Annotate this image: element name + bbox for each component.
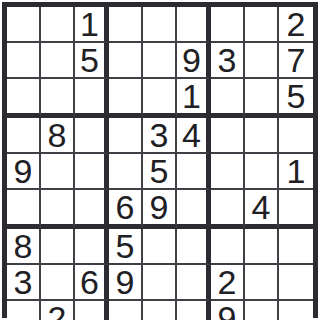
cell-r9c8[interactable] [245,301,279,320]
cell-r9c5[interactable] [143,301,177,320]
cell-r2c7[interactable]: 3 [211,43,245,79]
cell-r5c2[interactable] [41,154,75,190]
cell-r7c8[interactable] [245,229,279,265]
cell-r4c8[interactable] [245,118,279,154]
cell-r1c8[interactable] [245,7,279,43]
cell-r1c4[interactable] [109,7,143,43]
cell-r3c7[interactable] [211,79,245,118]
cell-r1c3[interactable]: 1 [75,7,109,43]
cell-r5c7[interactable] [211,154,245,190]
cell-r8c4[interactable]: 9 [109,265,143,301]
cell-r7c5[interactable] [143,229,177,265]
cell-r5c9[interactable]: 1 [279,154,313,190]
cell-r8c1[interactable]: 3 [7,265,41,301]
cell-r1c5[interactable] [143,7,177,43]
cell-r8c8[interactable] [245,265,279,301]
cell-r9c6[interactable] [177,301,211,320]
cell-r3c3[interactable] [75,79,109,118]
cell-r8c9[interactable] [279,265,313,301]
cell-r2c1[interactable] [7,43,41,79]
cell-r8c3[interactable]: 6 [75,265,109,301]
cell-r9c1[interactable] [7,301,41,320]
cell-r8c6[interactable] [177,265,211,301]
cell-r6c8[interactable]: 4 [245,190,279,229]
cell-r7c9[interactable] [279,229,313,265]
cell-r6c1[interactable] [7,190,41,229]
cell-r4c7[interactable] [211,118,245,154]
cell-r2c4[interactable] [109,43,143,79]
cell-r9c3[interactable] [75,301,109,320]
cell-r3c4[interactable] [109,79,143,118]
cell-r8c5[interactable] [143,265,177,301]
cell-r7c1[interactable]: 8 [7,229,41,265]
cell-r7c7[interactable] [211,229,245,265]
cell-r3c5[interactable] [143,79,177,118]
cell-r4c6[interactable]: 4 [177,118,211,154]
cell-r4c9[interactable] [279,118,313,154]
sudoku-grid: 1259371583495169485369229 [7,7,313,313]
cell-r2c9[interactable]: 7 [279,43,313,79]
cell-r7c4[interactable]: 5 [109,229,143,265]
cell-r6c6[interactable] [177,190,211,229]
cell-r1c2[interactable] [41,7,75,43]
cell-r3c1[interactable] [7,79,41,118]
cell-r4c1[interactable] [7,118,41,154]
cell-r3c9[interactable]: 5 [279,79,313,118]
cell-r9c9[interactable] [279,301,313,320]
cell-r5c1[interactable]: 9 [7,154,41,190]
cell-r5c8[interactable] [245,154,279,190]
sudoku-page: 1259371583495169485369229 [0,0,320,320]
cell-r5c5[interactable]: 5 [143,154,177,190]
cell-r2c8[interactable] [245,43,279,79]
cell-r8c2[interactable] [41,265,75,301]
cell-r9c7[interactable]: 9 [211,301,245,320]
cell-r2c2[interactable] [41,43,75,79]
cell-r3c6[interactable]: 1 [177,79,211,118]
cell-r2c6[interactable]: 9 [177,43,211,79]
cell-r1c1[interactable] [7,7,41,43]
cell-r5c4[interactable] [109,154,143,190]
cell-r9c4[interactable] [109,301,143,320]
cell-r2c5[interactable] [143,43,177,79]
cell-r7c6[interactable] [177,229,211,265]
cell-r1c9[interactable]: 2 [279,7,313,43]
cell-r1c6[interactable] [177,7,211,43]
cell-r7c3[interactable] [75,229,109,265]
cell-r2c3[interactable]: 5 [75,43,109,79]
cell-r7c2[interactable] [41,229,75,265]
cell-r4c5[interactable]: 3 [143,118,177,154]
cell-r8c7[interactable]: 2 [211,265,245,301]
cell-r1c7[interactable] [211,7,245,43]
cell-r6c5[interactable]: 9 [143,190,177,229]
cell-r6c3[interactable] [75,190,109,229]
cell-r6c7[interactable] [211,190,245,229]
cell-r6c9[interactable] [279,190,313,229]
cell-r6c2[interactable] [41,190,75,229]
cell-r4c2[interactable]: 8 [41,118,75,154]
sudoku-board: 1259371583495169485369229 [2,2,318,318]
cell-r5c3[interactable] [75,154,109,190]
cell-r4c3[interactable] [75,118,109,154]
cell-r6c4[interactable]: 6 [109,190,143,229]
cell-r4c4[interactable] [109,118,143,154]
cell-r3c2[interactable] [41,79,75,118]
cell-r3c8[interactable] [245,79,279,118]
cell-r9c2[interactable]: 2 [41,301,75,320]
cell-r5c6[interactable] [177,154,211,190]
